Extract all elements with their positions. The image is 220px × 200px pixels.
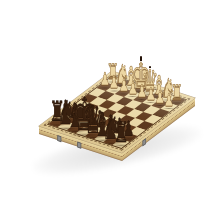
clasp [77,142,81,149]
king-queen-finial [140,56,142,61]
product-photo-card: ♜♞♝♚♛♝♞♜♟♟♟♟♟♟♟♟♟♟♟♟♟♟♟♟♜♞♝♚♛♝♞♜ [1,1,219,199]
clasp [57,135,61,142]
king-queen-finial [149,66,151,68]
